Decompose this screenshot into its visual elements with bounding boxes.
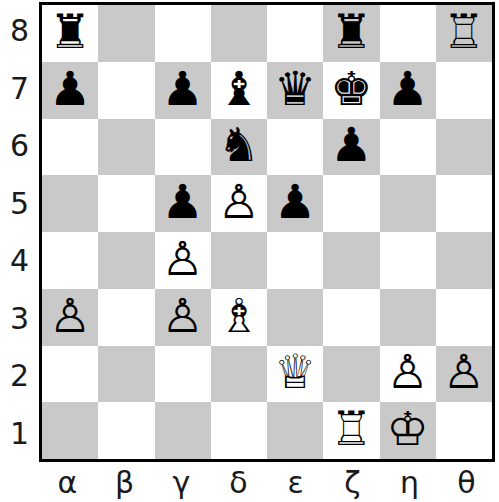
square-e5[interactable]: ♟	[267, 175, 323, 232]
square-a3[interactable]: ♙	[42, 289, 98, 346]
black-bishop-piece: ♝	[218, 65, 260, 112]
square-a8[interactable]: ♜	[42, 5, 98, 62]
square-f6[interactable]: ♟	[323, 119, 379, 176]
square-f4[interactable]	[323, 232, 379, 289]
white-pawn-piece: ♙	[218, 178, 260, 225]
black-pawn-piece: ♟	[330, 121, 372, 168]
square-f7[interactable]: ♚	[323, 62, 379, 119]
rank-label-7: 7	[0, 60, 39, 118]
file-label-e: ε	[267, 462, 324, 502]
square-a2[interactable]	[42, 346, 98, 403]
white-pawn-piece: ♙	[443, 348, 485, 395]
square-d4[interactable]	[211, 232, 267, 289]
square-e1[interactable]	[267, 402, 323, 459]
square-d3[interactable]: ♗	[211, 289, 267, 346]
square-h1[interactable]	[436, 402, 492, 459]
rank-label-2: 2	[0, 347, 39, 405]
file-label-a: α	[39, 462, 96, 502]
square-c1[interactable]	[155, 402, 211, 459]
square-g8[interactable]	[380, 5, 436, 62]
white-pawn-piece: ♙	[162, 292, 204, 339]
square-e7[interactable]: ♛	[267, 62, 323, 119]
white-pawn-piece: ♙	[162, 235, 204, 282]
black-pawn-piece: ♟	[162, 178, 204, 225]
square-c3[interactable]: ♙	[155, 289, 211, 346]
rank-label-4: 4	[0, 232, 39, 290]
rank-label-1: 1	[0, 405, 39, 463]
rank-label-8: 8	[0, 2, 39, 60]
square-a5[interactable]	[42, 175, 98, 232]
square-g6[interactable]	[380, 119, 436, 176]
square-f2[interactable]	[323, 346, 379, 403]
square-a6[interactable]	[42, 119, 98, 176]
square-b7[interactable]	[98, 62, 154, 119]
black-queen-piece: ♛	[274, 65, 316, 112]
square-f3[interactable]	[323, 289, 379, 346]
black-knight-piece: ♞	[218, 121, 260, 168]
square-b5[interactable]	[98, 175, 154, 232]
file-label-d: δ	[210, 462, 267, 502]
black-pawn-piece: ♟	[387, 65, 429, 112]
rank-label-5: 5	[0, 175, 39, 233]
square-b2[interactable]	[98, 346, 154, 403]
square-c8[interactable]	[155, 5, 211, 62]
white-king-piece: ♔	[387, 405, 429, 452]
square-e3[interactable]	[267, 289, 323, 346]
white-rook-piece: ♖	[443, 8, 485, 55]
square-d8[interactable]	[211, 5, 267, 62]
square-d2[interactable]	[211, 346, 267, 403]
square-c4[interactable]: ♙	[155, 232, 211, 289]
white-pawn-piece: ♙	[387, 348, 429, 395]
chess-board: ♜♜♖♟♟♝♛♚♟♞♟♟♙♟♙♙♙♗♕♙♙♖♔	[39, 2, 495, 462]
black-pawn-piece: ♟	[49, 65, 91, 112]
black-pawn-piece: ♟	[162, 65, 204, 112]
square-h5[interactable]	[436, 175, 492, 232]
square-d7[interactable]: ♝	[211, 62, 267, 119]
black-rook-piece: ♜	[330, 8, 372, 55]
square-h6[interactable]	[436, 119, 492, 176]
square-c5[interactable]: ♟	[155, 175, 211, 232]
square-c6[interactable]	[155, 119, 211, 176]
square-a1[interactable]	[42, 402, 98, 459]
file-labels: αβγδεζηθ	[39, 462, 495, 502]
black-king-piece: ♚	[330, 65, 372, 112]
white-pawn-piece: ♙	[49, 292, 91, 339]
black-pawn-piece: ♟	[274, 178, 316, 225]
square-h4[interactable]	[436, 232, 492, 289]
rank-label-6: 6	[0, 117, 39, 175]
square-a7[interactable]: ♟	[42, 62, 98, 119]
rank-label-3: 3	[0, 290, 39, 348]
file-label-c: γ	[153, 462, 210, 502]
square-e2[interactable]: ♕	[267, 346, 323, 403]
square-d1[interactable]	[211, 402, 267, 459]
square-h8[interactable]: ♖	[436, 5, 492, 62]
square-b3[interactable]	[98, 289, 154, 346]
square-d6[interactable]: ♞	[211, 119, 267, 176]
square-f5[interactable]	[323, 175, 379, 232]
square-g5[interactable]	[380, 175, 436, 232]
square-e4[interactable]	[267, 232, 323, 289]
square-b6[interactable]	[98, 119, 154, 176]
square-g3[interactable]	[380, 289, 436, 346]
black-rook-piece: ♜	[49, 8, 91, 55]
square-g2[interactable]: ♙	[380, 346, 436, 403]
square-h7[interactable]	[436, 62, 492, 119]
square-g1[interactable]: ♔	[380, 402, 436, 459]
file-label-f: ζ	[324, 462, 381, 502]
rank-labels: 87654321	[0, 2, 39, 462]
square-h2[interactable]: ♙	[436, 346, 492, 403]
square-e6[interactable]	[267, 119, 323, 176]
square-c2[interactable]	[155, 346, 211, 403]
white-bishop-piece: ♗	[218, 292, 260, 339]
file-label-b: β	[96, 462, 153, 502]
square-b4[interactable]	[98, 232, 154, 289]
square-a4[interactable]	[42, 232, 98, 289]
file-label-g: η	[381, 462, 438, 502]
square-g7[interactable]: ♟	[380, 62, 436, 119]
white-rook-piece: ♖	[330, 405, 372, 452]
square-c7[interactable]: ♟	[155, 62, 211, 119]
file-label-h: θ	[438, 462, 495, 502]
square-d5[interactable]: ♙	[211, 175, 267, 232]
square-b8[interactable]	[98, 5, 154, 62]
square-f1[interactable]: ♖	[323, 402, 379, 459]
square-b1[interactable]	[98, 402, 154, 459]
square-g4[interactable]	[380, 232, 436, 289]
square-e8[interactable]	[267, 5, 323, 62]
white-queen-piece: ♕	[274, 348, 316, 395]
chess-diagram: 87654321 ♜♜♖♟♟♝♛♚♟♞♟♟♙♟♙♙♙♗♕♙♙♖♔ αβγδεζη…	[0, 0, 499, 502]
square-f8[interactable]: ♜	[323, 5, 379, 62]
square-h3[interactable]	[436, 289, 492, 346]
